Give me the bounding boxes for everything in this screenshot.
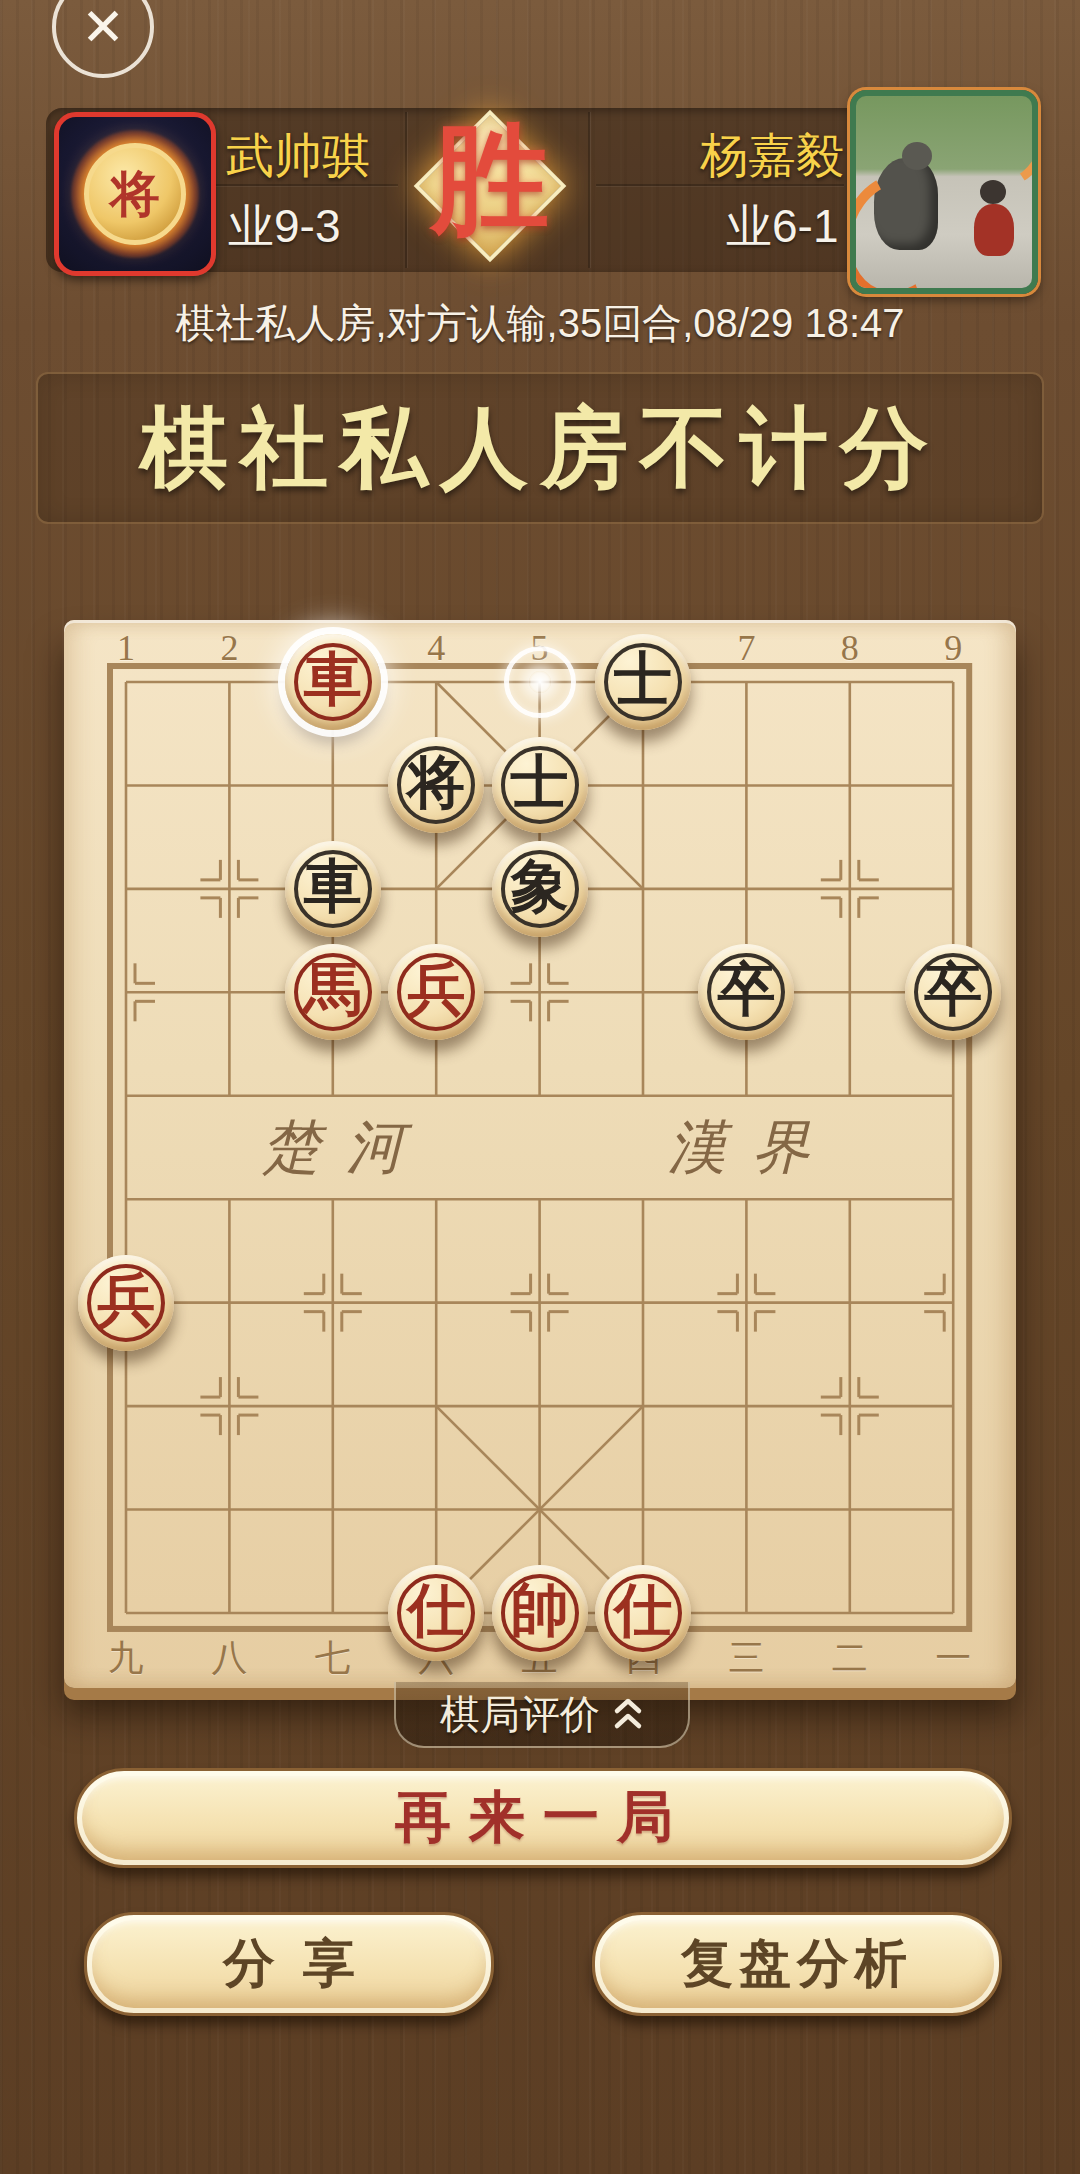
piece-character: 将: [407, 754, 465, 812]
victory-badge: 胜: [420, 116, 560, 256]
piece-red-馬: 馬: [285, 944, 381, 1040]
river-text-right: 漢界: [668, 1109, 836, 1187]
close-icon: ✕: [81, 0, 125, 57]
right-player-avatar[interactable]: [850, 90, 1038, 294]
piece-character: 卒: [717, 961, 775, 1019]
evaluation-tab-label: 棋局评价: [440, 1687, 600, 1742]
ornate-frame-decoration: [951, 90, 1038, 197]
share-button[interactable]: 分享: [84, 1912, 494, 2016]
right-player-rank: 业6-1: [726, 196, 838, 258]
piece-character: 象: [511, 858, 569, 916]
last-move-origin-marker: [504, 646, 576, 718]
game-result-screen: ✕ 将 武帅骐 业9-3 胜 杨嘉毅 业6-1 棋社私人房,对方认输,35回合,…: [0, 0, 1080, 2174]
piece-black-車: 車: [285, 841, 381, 937]
piece-character: 士: [614, 651, 672, 709]
double-chevron-up-icon: [612, 1696, 644, 1732]
board-column-label-bottom: 八: [211, 1634, 247, 1683]
victory-character: 胜: [420, 106, 560, 256]
board-column-label-bottom: 七: [315, 1634, 351, 1683]
left-player-avatar[interactable]: 将: [54, 112, 216, 276]
close-button[interactable]: ✕: [52, 0, 154, 78]
board-column-label-bottom: 二: [832, 1634, 868, 1683]
piece-character: 兵: [97, 1272, 155, 1330]
board-column-label-bottom: 九: [108, 1634, 144, 1683]
notice-banner-panel: 棋社私人房不计分: [36, 372, 1044, 524]
piece-character: 馬: [304, 961, 362, 1019]
board-column-label-top: 1: [117, 627, 135, 669]
board-column-label-top: 7: [737, 627, 755, 669]
board-column-label-bottom: 三: [728, 1634, 764, 1683]
piece-character: 卒: [924, 961, 982, 1019]
header-divider: [405, 112, 407, 268]
result-info-line: 棋社私人房,对方认输,35回合,08/29 18:47: [0, 296, 1080, 351]
rematch-button[interactable]: 再来一局: [74, 1768, 1012, 1868]
piece-red-兵: 兵: [78, 1255, 174, 1351]
ornate-frame-decoration: [850, 158, 970, 294]
right-player-name: 杨嘉毅: [700, 124, 844, 188]
board-column-label-top: 8: [841, 627, 859, 669]
piece-character: 帥: [511, 1582, 569, 1640]
piece-red-仕: 仕: [595, 1565, 691, 1661]
piece-red-帥: 帥: [492, 1565, 588, 1661]
statue-figure: [902, 142, 932, 170]
left-player-name: 武帅骐: [226, 124, 370, 188]
piece-character: 兵: [407, 961, 465, 1019]
evaluation-tab[interactable]: 棋局评价: [394, 1682, 690, 1748]
piece-black-将: 将: [388, 737, 484, 833]
review-analysis-button[interactable]: 复盘分析: [592, 1912, 1002, 2016]
piece-character: 仕: [614, 1582, 672, 1640]
child-figure: [974, 204, 1014, 256]
left-player-rank: 业9-3: [228, 196, 340, 258]
piece-red-兵: 兵: [388, 944, 484, 1040]
piece-black-卒: 卒: [905, 944, 1001, 1040]
river-text-left: 楚河: [262, 1109, 430, 1187]
board-column-label-top: 4: [427, 627, 445, 669]
piece-character: 車: [304, 858, 362, 916]
piece-red-仕: 仕: [388, 1565, 484, 1661]
notice-banner-text: 棋社私人房不计分: [140, 389, 940, 508]
piece-character: 士: [511, 754, 569, 812]
piece-character: 仕: [407, 1582, 465, 1640]
board-column-label-bottom: 一: [935, 1634, 971, 1683]
piece-black-士: 士: [492, 737, 588, 833]
header-divider: [588, 112, 590, 268]
board-column-label-top: 9: [944, 627, 962, 669]
board-column-label-top: 2: [220, 627, 238, 669]
piece-black-士: 士: [595, 634, 691, 730]
piece-black-卒: 卒: [698, 944, 794, 1040]
general-piece-icon: 将: [84, 143, 186, 245]
piece-black-象: 象: [492, 841, 588, 937]
piece-red-車: 車: [285, 634, 381, 730]
piece-character: 車: [304, 651, 362, 709]
